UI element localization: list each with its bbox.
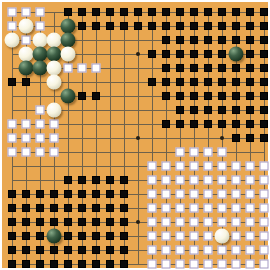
black-territory-marker[interactable] [204,8,212,16]
white-stone[interactable] [32,32,47,47]
black-territory-marker[interactable] [36,218,44,226]
black-territory-marker[interactable] [36,260,44,268]
black-territory-marker[interactable] [92,218,100,226]
black-territory-marker[interactable] [8,232,16,240]
black-territory-marker[interactable] [36,232,44,240]
black-territory-marker[interactable] [190,120,198,128]
black-territory-marker[interactable] [120,176,128,184]
black-territory-marker[interactable] [64,246,72,254]
black-territory-marker[interactable] [8,190,16,198]
black-territory-marker[interactable] [246,22,254,30]
black-territory-marker[interactable] [162,92,170,100]
black-territory-marker[interactable] [260,22,268,30]
black-territory-marker[interactable] [190,8,198,16]
white-territory-marker[interactable] [21,133,30,142]
star-point [136,220,140,224]
black-territory-marker[interactable] [148,78,156,86]
white-territory-marker[interactable] [217,203,226,212]
white-territory-marker[interactable] [231,189,240,198]
white-territory-marker[interactable] [175,245,184,254]
black-territory-marker[interactable] [176,92,184,100]
black-territory-marker[interactable] [8,218,16,226]
black-territory-marker[interactable] [64,218,72,226]
black-territory-marker[interactable] [260,120,268,128]
black-territory-marker[interactable] [190,78,198,86]
white-territory-marker[interactable] [161,245,170,254]
white-territory-marker[interactable] [35,133,44,142]
black-territory-marker[interactable] [50,246,58,254]
black-territory-marker[interactable] [8,246,16,254]
black-territory-marker[interactable] [204,50,212,58]
white-territory-marker[interactable] [175,175,184,184]
white-territory-marker[interactable] [231,161,240,170]
white-territory-marker[interactable] [35,21,44,30]
white-territory-marker[interactable] [63,63,72,72]
white-territory-marker[interactable] [231,245,240,254]
white-territory-marker[interactable] [175,161,184,170]
black-territory-marker[interactable] [120,204,128,212]
black-territory-marker[interactable] [176,36,184,44]
black-territory-marker[interactable] [78,246,86,254]
white-territory-marker[interactable] [203,203,212,212]
white-territory-marker[interactable] [49,133,58,142]
black-territory-marker[interactable] [78,92,86,100]
white-territory-marker[interactable] [203,175,212,184]
go-board[interactable] [2,2,268,268]
black-territory-marker[interactable] [218,120,226,128]
white-territory-marker[interactable] [259,161,268,170]
white-territory-marker[interactable] [7,133,16,142]
black-territory-marker[interactable] [260,92,268,100]
black-territory-marker[interactable] [78,8,86,16]
white-territory-marker[interactable] [7,147,16,156]
black-territory-marker[interactable] [204,106,212,114]
black-stone[interactable] [18,60,33,75]
go-app-window [0,0,270,270]
black-territory-marker[interactable] [78,190,86,198]
white-territory-marker[interactable] [147,175,156,184]
black-territory-marker[interactable] [218,50,226,58]
white-territory-marker[interactable] [161,259,170,268]
white-territory-marker[interactable] [217,259,226,268]
black-territory-marker[interactable] [120,8,128,16]
black-territory-marker[interactable] [106,260,114,268]
black-territory-marker[interactable] [176,120,184,128]
white-territory-marker[interactable] [91,63,100,72]
black-territory-marker[interactable] [162,36,170,44]
white-territory-marker[interactable] [49,119,58,128]
black-territory-marker[interactable] [260,36,268,44]
black-territory-marker[interactable] [50,218,58,226]
black-territory-marker[interactable] [106,22,114,30]
white-territory-marker[interactable] [231,175,240,184]
white-territory-marker[interactable] [147,189,156,198]
black-territory-marker[interactable] [78,176,86,184]
white-stone[interactable] [60,46,75,61]
black-territory-marker[interactable] [92,8,100,16]
white-territory-marker[interactable] [259,231,268,240]
white-territory-marker[interactable] [259,203,268,212]
black-territory-marker[interactable] [162,120,170,128]
black-territory-marker[interactable] [246,134,254,142]
black-territory-marker[interactable] [246,120,254,128]
white-territory-marker[interactable] [245,259,254,268]
black-territory-marker[interactable] [176,106,184,114]
black-territory-marker[interactable] [120,22,128,30]
white-territory-marker[interactable] [217,189,226,198]
white-territory-marker[interactable] [175,203,184,212]
white-stone[interactable] [214,228,229,243]
black-territory-marker[interactable] [232,120,240,128]
white-stone[interactable] [18,46,33,61]
black-territory-marker[interactable] [22,232,30,240]
white-territory-marker[interactable] [161,175,170,184]
white-territory-marker[interactable] [245,161,254,170]
black-territory-marker[interactable] [22,246,30,254]
white-territory-marker[interactable] [189,161,198,170]
white-stone[interactable] [46,32,61,47]
black-territory-marker[interactable] [162,78,170,86]
white-territory-marker[interactable] [175,189,184,198]
black-territory-marker[interactable] [64,176,72,184]
white-territory-marker[interactable] [21,7,30,16]
black-territory-marker[interactable] [106,190,114,198]
black-territory-marker[interactable] [134,22,142,30]
white-territory-marker[interactable] [49,147,58,156]
white-stone[interactable] [46,60,61,75]
black-territory-marker[interactable] [246,92,254,100]
black-territory-marker[interactable] [78,232,86,240]
black-territory-marker[interactable] [246,106,254,114]
black-territory-marker[interactable] [162,64,170,72]
white-territory-marker[interactable] [189,175,198,184]
white-territory-marker[interactable] [21,119,30,128]
black-territory-marker[interactable] [78,22,86,30]
black-territory-marker[interactable] [246,36,254,44]
black-territory-marker[interactable] [50,204,58,212]
white-territory-marker[interactable] [245,217,254,226]
black-territory-marker[interactable] [204,92,212,100]
white-territory-marker[interactable] [7,21,16,30]
black-territory-marker[interactable] [260,78,268,86]
white-territory-marker[interactable] [147,203,156,212]
white-territory-marker[interactable] [217,161,226,170]
white-territory-marker[interactable] [259,259,268,268]
black-territory-marker[interactable] [190,64,198,72]
black-territory-marker[interactable] [92,190,100,198]
black-territory-marker[interactable] [134,8,142,16]
black-territory-marker[interactable] [246,64,254,72]
star-point [220,136,224,140]
white-stone[interactable] [4,32,19,47]
white-territory-marker[interactable] [175,217,184,226]
black-territory-marker[interactable] [260,106,268,114]
black-territory-marker[interactable] [232,106,240,114]
white-stone[interactable] [46,74,61,89]
white-territory-marker[interactable] [259,245,268,254]
black-territory-marker[interactable] [190,106,198,114]
white-territory-marker[interactable] [231,231,240,240]
white-territory-marker[interactable] [245,189,254,198]
white-territory-marker[interactable] [259,217,268,226]
white-territory-marker[interactable] [203,161,212,170]
black-territory-marker[interactable] [204,36,212,44]
white-territory-marker[interactable] [77,63,86,72]
black-stone[interactable] [228,46,243,61]
white-territory-marker[interactable] [161,189,170,198]
white-territory-marker[interactable] [35,105,44,114]
black-stone[interactable] [60,88,75,103]
white-territory-marker[interactable] [245,203,254,212]
black-stone[interactable] [32,46,47,61]
black-territory-marker[interactable] [204,22,212,30]
black-territory-marker[interactable] [92,204,100,212]
white-territory-marker[interactable] [189,203,198,212]
black-territory-marker[interactable] [260,134,268,142]
black-stone[interactable] [46,46,61,61]
white-territory-marker[interactable] [259,189,268,198]
black-territory-marker[interactable] [190,22,198,30]
black-territory-marker[interactable] [106,218,114,226]
black-stone[interactable] [46,228,61,243]
black-territory-marker[interactable] [232,36,240,44]
white-territory-marker[interactable] [231,259,240,268]
white-territory-marker[interactable] [203,245,212,254]
white-territory-marker[interactable] [21,35,30,44]
black-territory-marker[interactable] [162,22,170,30]
black-territory-marker[interactable] [92,22,100,30]
white-territory-marker[interactable] [147,161,156,170]
black-territory-marker[interactable] [22,218,30,226]
black-territory-marker[interactable] [148,8,156,16]
black-territory-marker[interactable] [8,204,16,212]
black-territory-marker[interactable] [218,22,226,30]
white-territory-marker[interactable] [35,7,44,16]
white-territory-marker[interactable] [175,147,184,156]
black-territory-marker[interactable] [36,204,44,212]
white-territory-marker[interactable] [245,231,254,240]
white-territory-marker[interactable] [175,231,184,240]
black-territory-marker[interactable] [190,36,198,44]
black-territory-marker[interactable] [204,120,212,128]
black-territory-marker[interactable] [176,78,184,86]
white-territory-marker[interactable] [189,259,198,268]
black-territory-marker[interactable] [190,92,198,100]
white-territory-marker[interactable] [7,119,16,128]
white-stone[interactable] [18,18,33,33]
black-territory-marker[interactable] [232,92,240,100]
black-territory-marker[interactable] [260,8,268,16]
white-territory-marker[interactable] [189,189,198,198]
black-territory-marker[interactable] [22,78,30,86]
black-territory-marker[interactable] [148,50,156,58]
black-territory-marker[interactable] [8,260,16,268]
black-territory-marker[interactable] [92,232,100,240]
black-territory-marker[interactable] [232,134,240,142]
black-territory-marker[interactable] [64,232,72,240]
black-territory-marker[interactable] [120,218,128,226]
black-territory-marker[interactable] [232,8,240,16]
black-territory-marker[interactable] [120,246,128,254]
black-territory-marker[interactable] [162,50,170,58]
black-territory-marker[interactable] [92,260,100,268]
white-territory-marker[interactable] [259,175,268,184]
black-territory-marker[interactable] [106,176,114,184]
black-territory-marker[interactable] [64,260,72,268]
black-territory-marker[interactable] [64,190,72,198]
white-territory-marker[interactable] [161,231,170,240]
white-territory-marker[interactable] [203,217,212,226]
white-territory-marker[interactable] [189,147,198,156]
black-territory-marker[interactable] [204,78,212,86]
black-territory-marker[interactable] [22,260,30,268]
black-territory-marker[interactable] [246,8,254,16]
black-territory-marker[interactable] [36,246,44,254]
black-territory-marker[interactable] [120,190,128,198]
black-territory-marker[interactable] [64,204,72,212]
black-territory-marker[interactable] [204,64,212,72]
black-territory-marker[interactable] [106,8,114,16]
white-territory-marker[interactable] [161,161,170,170]
white-territory-marker[interactable] [217,175,226,184]
white-territory-marker[interactable] [203,231,212,240]
white-territory-marker[interactable] [147,231,156,240]
black-territory-marker[interactable] [78,260,86,268]
black-territory-marker[interactable] [50,260,58,268]
black-territory-marker[interactable] [260,64,268,72]
white-territory-marker[interactable] [161,203,170,212]
black-territory-marker[interactable] [176,64,184,72]
black-territory-marker[interactable] [92,246,100,254]
white-territory-marker[interactable] [189,245,198,254]
black-territory-marker[interactable] [64,8,72,16]
black-territory-marker[interactable] [22,204,30,212]
black-territory-marker[interactable] [190,50,198,58]
black-territory-marker[interactable] [218,106,226,114]
black-territory-marker[interactable] [218,8,226,16]
black-territory-marker[interactable] [106,232,114,240]
black-territory-marker[interactable] [218,78,226,86]
black-territory-marker[interactable] [120,260,128,268]
white-territory-marker[interactable] [217,245,226,254]
star-point [136,136,140,140]
black-territory-marker[interactable] [176,8,184,16]
white-territory-marker[interactable] [231,203,240,212]
black-territory-marker[interactable] [218,92,226,100]
white-stone[interactable] [46,102,61,117]
black-territory-marker[interactable] [50,190,58,198]
black-territory-marker[interactable] [246,50,254,58]
black-stone[interactable] [60,18,75,33]
white-territory-marker[interactable] [147,245,156,254]
white-territory-marker[interactable] [203,259,212,268]
black-territory-marker[interactable] [78,204,86,212]
black-territory-marker[interactable] [218,64,226,72]
black-territory-marker[interactable] [260,50,268,58]
white-territory-marker[interactable] [217,217,226,226]
black-territory-marker[interactable] [232,78,240,86]
white-territory-marker[interactable] [189,231,198,240]
star-point [136,52,140,56]
white-territory-marker[interactable] [189,217,198,226]
white-territory-marker[interactable] [147,259,156,268]
black-stone[interactable] [32,60,47,75]
black-territory-marker[interactable] [218,36,226,44]
black-territory-marker[interactable] [106,246,114,254]
white-territory-marker[interactable] [161,217,170,226]
white-territory-marker[interactable] [217,147,226,156]
black-territory-marker[interactable] [232,64,240,72]
black-territory-marker[interactable] [176,22,184,30]
black-territory-marker[interactable] [162,8,170,16]
black-territory-marker[interactable] [36,190,44,198]
white-territory-marker[interactable] [7,7,16,16]
black-territory-marker[interactable] [78,218,86,226]
white-territory-marker[interactable] [175,259,184,268]
black-territory-marker[interactable] [120,232,128,240]
black-territory-marker[interactable] [106,204,114,212]
black-territory-marker[interactable] [148,22,156,30]
white-territory-marker[interactable] [203,147,212,156]
white-territory-marker[interactable] [35,147,44,156]
white-territory-marker[interactable] [245,175,254,184]
black-territory-marker[interactable] [246,78,254,86]
black-territory-marker[interactable] [8,78,16,86]
white-territory-marker[interactable] [203,189,212,198]
white-territory-marker[interactable] [147,217,156,226]
black-territory-marker[interactable] [92,176,100,184]
white-territory-marker[interactable] [35,119,44,128]
black-territory-marker[interactable] [232,22,240,30]
black-territory-marker[interactable] [176,50,184,58]
white-territory-marker[interactable] [245,245,254,254]
black-stone[interactable] [60,32,75,47]
white-territory-marker[interactable] [21,147,30,156]
black-territory-marker[interactable] [92,92,100,100]
white-territory-marker[interactable] [231,217,240,226]
black-territory-marker[interactable] [22,190,30,198]
